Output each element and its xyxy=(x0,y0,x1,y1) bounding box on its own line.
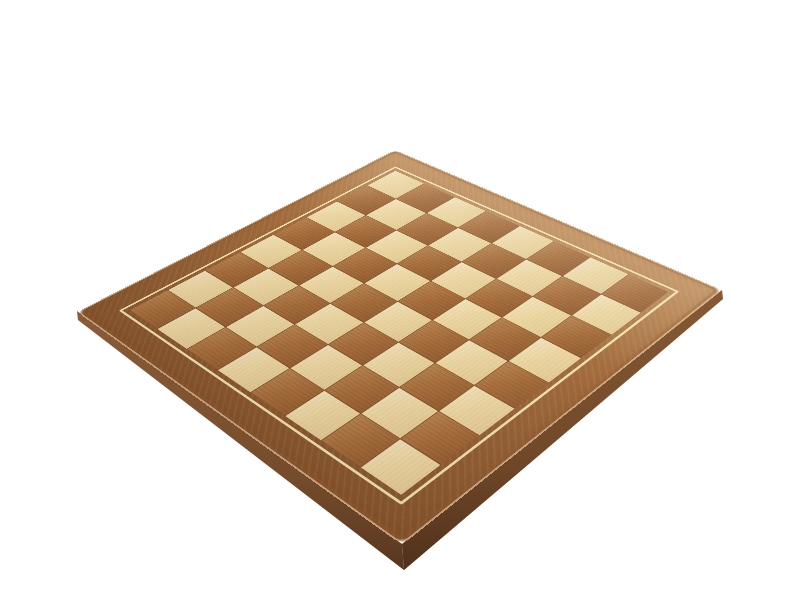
scene xyxy=(0,0,800,600)
chessboard xyxy=(77,150,722,545)
playing-field xyxy=(130,171,668,495)
